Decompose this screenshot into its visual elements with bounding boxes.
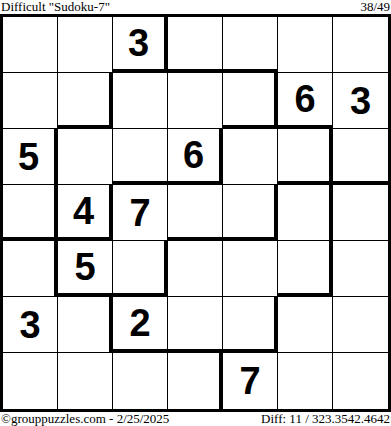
empty-cell-count: 38/49 xyxy=(360,0,390,13)
cell-r1c7[interactable] xyxy=(333,17,388,73)
given-digit: 6 xyxy=(183,136,204,174)
given-digit: 3 xyxy=(350,82,371,120)
cell-r2c3[interactable] xyxy=(113,73,168,129)
cell-r4c1[interactable] xyxy=(3,185,58,241)
cell-r3c7[interactable] xyxy=(333,129,388,185)
cell-r3c3[interactable] xyxy=(113,129,168,185)
cell-r2c4[interactable] xyxy=(168,73,223,129)
cell-r5c4[interactable] xyxy=(168,241,223,297)
cell-r2c5[interactable] xyxy=(223,73,278,129)
given-digit: 3 xyxy=(19,306,40,344)
cell-r4c4[interactable] xyxy=(168,185,223,241)
cell-r4c5[interactable] xyxy=(223,185,278,241)
cell-r2c7[interactable]: 3 xyxy=(333,73,388,129)
sudoku-board: 36356475327 xyxy=(0,14,391,412)
cell-r5c6[interactable] xyxy=(278,241,333,297)
cell-r6c5[interactable] xyxy=(223,297,278,353)
cell-r7c1[interactable] xyxy=(3,353,58,409)
given-digit: 4 xyxy=(73,192,94,230)
cell-r4c7[interactable] xyxy=(333,185,388,241)
given-digit: 5 xyxy=(74,248,95,286)
cell-r1c5[interactable] xyxy=(223,17,278,73)
puzzle-page: Difficult "Sudoku-7" 38/49 36356475327 ©… xyxy=(0,0,391,426)
cell-r7c7[interactable] xyxy=(333,353,388,409)
cell-r7c5[interactable]: 7 xyxy=(223,353,278,409)
cell-r5c3[interactable] xyxy=(113,241,168,297)
puzzle-title: Difficult "Sudoku-7" xyxy=(1,0,110,13)
cell-r3c6[interactable] xyxy=(278,129,333,185)
cell-r6c1[interactable]: 3 xyxy=(3,297,58,353)
cell-r3c5[interactable] xyxy=(223,129,278,185)
cell-r6c3[interactable]: 2 xyxy=(113,297,168,353)
given-digit: 7 xyxy=(129,194,150,232)
cell-r1c4[interactable] xyxy=(168,17,223,73)
cell-r6c6[interactable] xyxy=(278,297,333,353)
footer: ©grouppuzzles.com - 2/25/2025 Diff: 11 /… xyxy=(1,412,390,425)
cell-r6c2[interactable] xyxy=(58,297,113,353)
cell-r1c6[interactable] xyxy=(278,17,333,73)
cell-r6c4[interactable] xyxy=(168,297,223,353)
cell-r7c4[interactable] xyxy=(168,353,223,409)
cell-r7c6[interactable] xyxy=(278,353,333,409)
given-digit: 6 xyxy=(294,80,315,118)
cell-r3c2[interactable] xyxy=(58,129,113,185)
given-digit: 5 xyxy=(18,138,39,176)
header: Difficult "Sudoku-7" 38/49 xyxy=(1,0,390,13)
cell-r3c4[interactable]: 6 xyxy=(168,129,223,185)
copyright-date: ©grouppuzzles.com - 2/25/2025 xyxy=(1,412,169,425)
cell-r5c1[interactable] xyxy=(3,241,58,297)
cell-r5c7[interactable] xyxy=(333,241,388,297)
given-digit: 3 xyxy=(128,24,149,62)
cell-r2c1[interactable] xyxy=(3,73,58,129)
cell-r2c2[interactable] xyxy=(58,73,113,129)
difficulty-rating: Diff: 11 / 323.3542.4642 xyxy=(261,412,390,425)
cell-r6c7[interactable] xyxy=(333,297,388,353)
cell-r3c1[interactable]: 5 xyxy=(3,129,58,185)
cell-r1c2[interactable] xyxy=(58,17,113,73)
given-digit: 2 xyxy=(129,304,150,342)
cell-r1c1[interactable] xyxy=(3,17,58,73)
cell-r2c6[interactable]: 6 xyxy=(278,73,333,129)
cell-r4c6[interactable] xyxy=(278,185,333,241)
cell-r5c2[interactable]: 5 xyxy=(58,241,113,297)
cell-r4c2[interactable]: 4 xyxy=(58,185,113,241)
cell-r1c3[interactable]: 3 xyxy=(113,17,168,73)
cell-r7c2[interactable] xyxy=(58,353,113,409)
cell-r5c5[interactable] xyxy=(223,241,278,297)
given-digit: 7 xyxy=(239,362,260,400)
cell-r4c3[interactable]: 7 xyxy=(113,185,168,241)
cell-r7c3[interactable] xyxy=(113,353,168,409)
